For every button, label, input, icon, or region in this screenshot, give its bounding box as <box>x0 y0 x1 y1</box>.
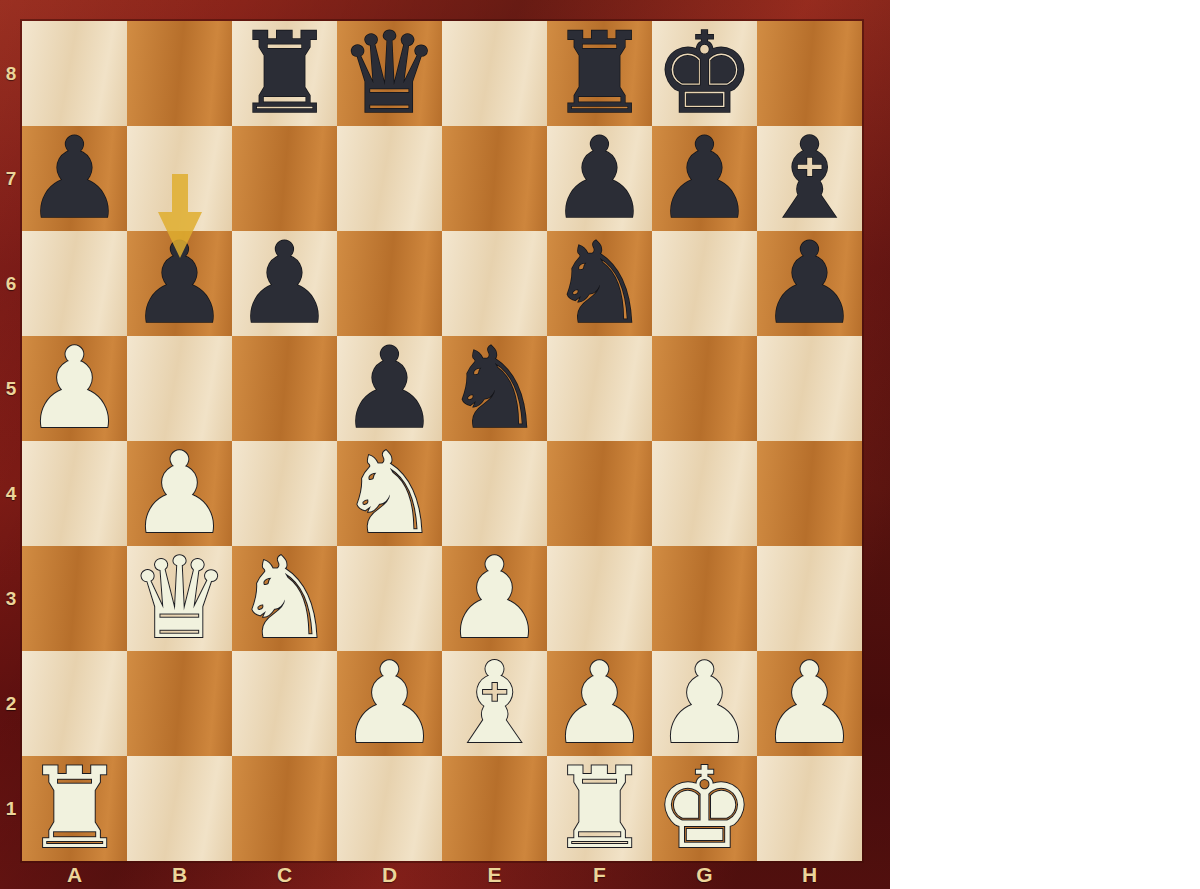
square-b2[interactable] <box>127 651 232 756</box>
square-e5[interactable]: ♞ <box>442 336 547 441</box>
square-f2[interactable]: ♟ <box>547 651 652 756</box>
white-knight-c3: ♞ <box>234 546 334 651</box>
square-e4[interactable] <box>442 441 547 546</box>
square-a2[interactable] <box>22 651 127 756</box>
square-h3[interactable] <box>757 546 862 651</box>
square-f4[interactable] <box>547 441 652 546</box>
rank-label-5: 5 <box>0 336 22 441</box>
square-b5[interactable] <box>127 336 232 441</box>
rank-label-6: 6 <box>0 231 22 336</box>
square-f6[interactable]: ♞ <box>547 231 652 336</box>
white-pawn-e3: ♟ <box>444 546 544 651</box>
square-f7[interactable]: ♟ <box>547 126 652 231</box>
rank-label-7: 7 <box>0 126 22 231</box>
square-b3[interactable]: ♛ <box>127 546 232 651</box>
black-bishop-h7: ♝ <box>759 126 859 231</box>
black-king-g8: ♚ <box>654 21 754 126</box>
black-pawn-f7: ♟ <box>549 126 649 231</box>
black-pawn-c6: ♟ <box>234 231 334 336</box>
rank-labels: 87654321 <box>0 21 22 861</box>
file-label-f: F <box>547 861 652 889</box>
square-h2[interactable]: ♟ <box>757 651 862 756</box>
rank-label-2: 2 <box>0 651 22 756</box>
white-pawn-f2: ♟ <box>549 651 649 756</box>
square-f8[interactable]: ♜ <box>547 21 652 126</box>
square-a7[interactable]: ♟ <box>22 126 127 231</box>
square-c1[interactable] <box>232 756 337 861</box>
square-f5[interactable] <box>547 336 652 441</box>
black-pawn-h6: ♟ <box>759 231 859 336</box>
white-pawn-b4: ♟ <box>129 441 229 546</box>
file-label-e: E <box>442 861 547 889</box>
file-label-c: C <box>232 861 337 889</box>
square-b7[interactable] <box>127 126 232 231</box>
square-e1[interactable] <box>442 756 547 861</box>
white-pawn-h2: ♟ <box>759 651 859 756</box>
square-h7[interactable]: ♝ <box>757 126 862 231</box>
square-a6[interactable] <box>22 231 127 336</box>
square-d6[interactable] <box>337 231 442 336</box>
square-d7[interactable] <box>337 126 442 231</box>
rank-label-3: 3 <box>0 546 22 651</box>
board-grid: ♜♛♜♚♟♟♟♝♟♟♞♟♟♟♞♟♞♛♞♟♟♝♟♟♟♜♜♚ <box>22 21 862 861</box>
square-f3[interactable] <box>547 546 652 651</box>
black-pawn-g7: ♟ <box>654 126 754 231</box>
square-h8[interactable] <box>757 21 862 126</box>
square-g3[interactable] <box>652 546 757 651</box>
square-d4[interactable]: ♞ <box>337 441 442 546</box>
square-f1[interactable]: ♜ <box>547 756 652 861</box>
square-e7[interactable] <box>442 126 547 231</box>
square-a3[interactable] <box>22 546 127 651</box>
square-b4[interactable]: ♟ <box>127 441 232 546</box>
square-d8[interactable]: ♛ <box>337 21 442 126</box>
square-h5[interactable] <box>757 336 862 441</box>
square-e8[interactable] <box>442 21 547 126</box>
square-b8[interactable] <box>127 21 232 126</box>
black-pawn-b6: ♟ <box>129 231 229 336</box>
file-labels: ABCDEFGH <box>22 861 862 889</box>
square-d1[interactable] <box>337 756 442 861</box>
square-a1[interactable]: ♜ <box>22 756 127 861</box>
square-h6[interactable]: ♟ <box>757 231 862 336</box>
black-pawn-d5: ♟ <box>339 336 439 441</box>
square-d2[interactable]: ♟ <box>337 651 442 756</box>
white-pawn-a5: ♟ <box>24 336 124 441</box>
chess-board-frame: 87654321 ♜♛♜♚♟♟♟♝♟♟♞♟♟♟♞♟♞♛♞♟♟♝♟♟♟♜♜♚ AB… <box>0 0 890 889</box>
white-pawn-g2: ♟ <box>654 651 754 756</box>
square-a4[interactable] <box>22 441 127 546</box>
black-knight-e5: ♞ <box>444 336 544 441</box>
square-a5[interactable]: ♟ <box>22 336 127 441</box>
square-g5[interactable] <box>652 336 757 441</box>
black-knight-f6: ♞ <box>549 231 649 336</box>
black-queen-d8: ♛ <box>339 21 439 126</box>
file-label-b: B <box>127 861 232 889</box>
rank-label-8: 8 <box>0 21 22 126</box>
square-h1[interactable] <box>757 756 862 861</box>
square-g4[interactable] <box>652 441 757 546</box>
white-king-g1: ♚ <box>654 756 754 861</box>
black-rook-c8: ♜ <box>234 21 334 126</box>
square-c5[interactable] <box>232 336 337 441</box>
file-label-a: A <box>22 861 127 889</box>
square-c2[interactable] <box>232 651 337 756</box>
square-d3[interactable] <box>337 546 442 651</box>
square-d5[interactable]: ♟ <box>337 336 442 441</box>
square-e3[interactable]: ♟ <box>442 546 547 651</box>
rank-label-4: 4 <box>0 441 22 546</box>
white-rook-f1: ♜ <box>549 756 649 861</box>
square-g7[interactable]: ♟ <box>652 126 757 231</box>
square-c4[interactable] <box>232 441 337 546</box>
white-pawn-d2: ♟ <box>339 651 439 756</box>
square-c8[interactable]: ♜ <box>232 21 337 126</box>
white-knight-d4: ♞ <box>339 441 439 546</box>
black-pawn-a7: ♟ <box>24 126 124 231</box>
white-rook-a1: ♜ <box>24 756 124 861</box>
square-b6[interactable]: ♟ <box>127 231 232 336</box>
square-a8[interactable] <box>22 21 127 126</box>
square-e2[interactable]: ♝ <box>442 651 547 756</box>
rank-label-1: 1 <box>0 756 22 861</box>
file-label-h: H <box>757 861 862 889</box>
square-b1[interactable] <box>127 756 232 861</box>
square-e6[interactable] <box>442 231 547 336</box>
square-g6[interactable] <box>652 231 757 336</box>
square-g2[interactable]: ♟ <box>652 651 757 756</box>
square-g8[interactable]: ♚ <box>652 21 757 126</box>
white-bishop-e2: ♝ <box>444 651 544 756</box>
black-rook-f8: ♜ <box>549 21 649 126</box>
square-h4[interactable] <box>757 441 862 546</box>
white-queen-b3: ♛ <box>129 546 229 651</box>
square-c6[interactable]: ♟ <box>232 231 337 336</box>
file-label-g: G <box>652 861 757 889</box>
square-c3[interactable]: ♞ <box>232 546 337 651</box>
file-label-d: D <box>337 861 442 889</box>
square-g1[interactable]: ♚ <box>652 756 757 861</box>
square-c7[interactable] <box>232 126 337 231</box>
